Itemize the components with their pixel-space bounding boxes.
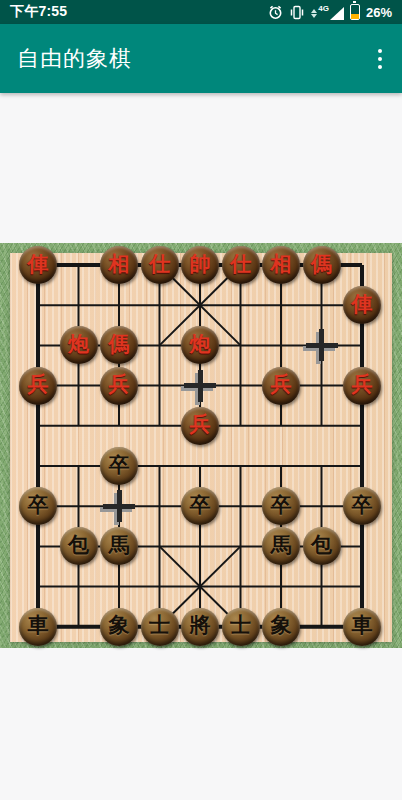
network-type-label: 4G <box>318 5 329 13</box>
piece-character: 包 <box>311 535 332 556</box>
overflow-menu-button[interactable] <box>370 43 390 75</box>
black-piece-象[interactable]: 象 <box>100 608 138 646</box>
red-piece-俥[interactable]: 俥 <box>343 286 381 324</box>
piece-character: 卒 <box>271 495 292 516</box>
black-piece-包[interactable]: 包 <box>303 527 341 565</box>
last-move-marker <box>103 490 135 522</box>
black-piece-象[interactable]: 象 <box>262 608 300 646</box>
piece-character: 象 <box>109 615 130 636</box>
piece-character: 車 <box>28 615 49 636</box>
piece-character: 士 <box>149 615 170 636</box>
red-piece-兵[interactable]: 兵 <box>262 367 300 405</box>
red-piece-帥[interactable]: 帥 <box>181 246 219 284</box>
app-bar: 自由的象棋 <box>0 24 402 93</box>
xiangqi-board[interactable]: 俥相仕帥仕相傌俥炮傌炮兵兵兵兵兵卒卒卒卒卒包馬馬包車象士將士象車 <box>10 253 392 642</box>
piece-character: 傌 <box>311 254 332 275</box>
black-piece-包[interactable]: 包 <box>60 527 98 565</box>
black-piece-士[interactable]: 士 <box>222 608 260 646</box>
red-piece-炮[interactable]: 炮 <box>60 326 98 364</box>
piece-character: 卒 <box>352 495 373 516</box>
red-piece-俥[interactable]: 俥 <box>19 246 57 284</box>
piece-character: 俥 <box>352 294 373 315</box>
black-piece-卒[interactable]: 卒 <box>100 447 138 485</box>
last-move-marker <box>184 370 216 402</box>
piece-character: 兵 <box>28 374 49 395</box>
black-piece-將[interactable]: 將 <box>181 608 219 646</box>
black-piece-卒[interactable]: 卒 <box>262 487 300 525</box>
red-piece-兵[interactable]: 兵 <box>181 407 219 445</box>
piece-character: 炮 <box>190 334 211 355</box>
piece-character: 兵 <box>190 414 211 435</box>
piece-character: 包 <box>68 535 89 556</box>
last-move-marker <box>306 329 338 361</box>
vibrate-icon <box>289 5 305 20</box>
app-title: 自由的象棋 <box>17 44 132 74</box>
piece-character: 傌 <box>109 334 130 355</box>
piece-character: 仕 <box>149 254 170 275</box>
red-piece-兵[interactable]: 兵 <box>19 367 57 405</box>
piece-character: 俥 <box>28 254 49 275</box>
signal-4g-icon: 4G <box>311 5 344 20</box>
piece-character: 士 <box>230 615 251 636</box>
data-arrows-icon <box>311 9 317 18</box>
black-piece-卒[interactable]: 卒 <box>181 487 219 525</box>
piece-character: 將 <box>190 615 211 636</box>
status-icons: 4G 26% <box>268 4 392 20</box>
red-piece-仕[interactable]: 仕 <box>222 246 260 284</box>
red-piece-相[interactable]: 相 <box>262 246 300 284</box>
piece-character: 炮 <box>68 334 89 355</box>
piece-character: 象 <box>271 615 292 636</box>
status-time: 下午7:55 <box>10 3 67 21</box>
piece-character: 相 <box>109 254 130 275</box>
piece-character: 車 <box>352 615 373 636</box>
piece-character: 卒 <box>109 455 130 476</box>
red-piece-仕[interactable]: 仕 <box>141 246 179 284</box>
board-grid <box>10 253 392 642</box>
red-piece-相[interactable]: 相 <box>100 246 138 284</box>
battery-percent: 26% <box>366 5 392 20</box>
piece-character: 帥 <box>190 254 211 275</box>
piece-character: 馬 <box>271 535 292 556</box>
black-piece-士[interactable]: 士 <box>141 608 179 646</box>
status-bar: 下午7:55 4G 26% <box>0 0 402 24</box>
piece-character: 相 <box>271 254 292 275</box>
black-piece-卒[interactable]: 卒 <box>19 487 57 525</box>
red-piece-兵[interactable]: 兵 <box>100 367 138 405</box>
piece-character: 卒 <box>190 495 211 516</box>
black-piece-車[interactable]: 車 <box>19 608 57 646</box>
battery-icon <box>350 4 360 20</box>
piece-character: 兵 <box>271 374 292 395</box>
black-piece-卒[interactable]: 卒 <box>343 487 381 525</box>
piece-character: 仕 <box>230 254 251 275</box>
board-background: 俥相仕帥仕相傌俥炮傌炮兵兵兵兵兵卒卒卒卒卒包馬馬包車象士將士象車 <box>0 243 402 648</box>
red-piece-兵[interactable]: 兵 <box>343 367 381 405</box>
black-piece-車[interactable]: 車 <box>343 608 381 646</box>
piece-character: 兵 <box>352 374 373 395</box>
piece-character: 兵 <box>109 374 130 395</box>
red-piece-傌[interactable]: 傌 <box>303 246 341 284</box>
piece-character: 卒 <box>28 495 49 516</box>
phone-screen: 下午7:55 4G 26% <box>0 0 402 800</box>
alarm-icon <box>268 5 283 20</box>
piece-character: 馬 <box>109 535 130 556</box>
